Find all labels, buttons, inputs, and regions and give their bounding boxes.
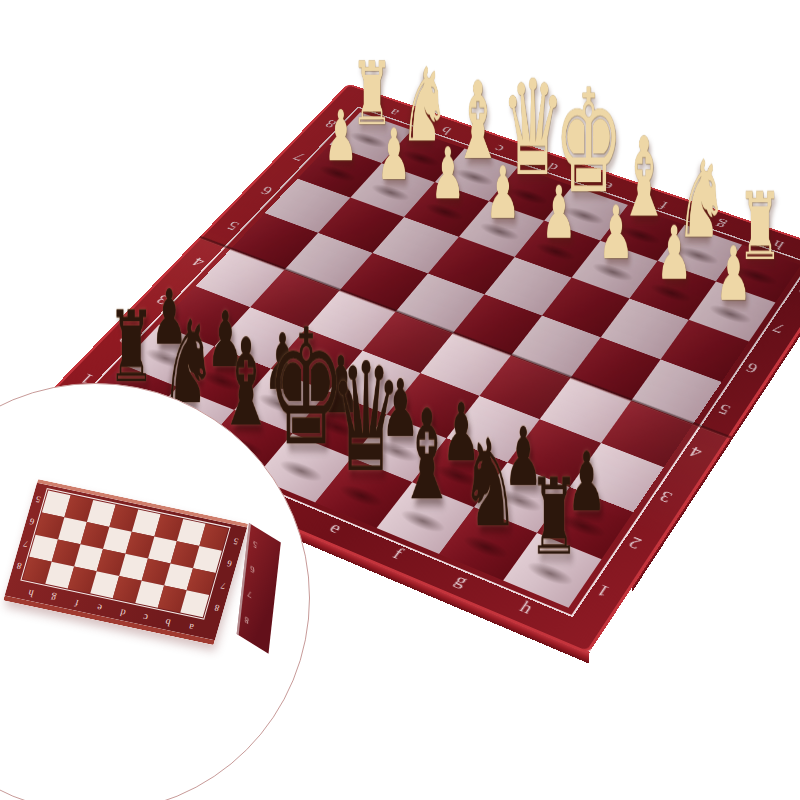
folded-board-label-6: 6 [249,555,256,582]
piece-white-pawn-g7: ♟ [656,216,692,290]
piece-white-pawn-a7: ♟ [324,101,358,171]
folded-board-label-7: 7 [246,580,253,607]
piece-white-pawn-e7: ♟ [541,176,576,249]
folded-board-label-a: a [178,619,204,636]
folded-board-side-face: 5678 [237,523,281,654]
folded-board-label-e: e [86,599,112,616]
piece-black-knight-g1: ♞ [461,424,519,545]
piece-white-pawn-d7: ♟ [485,157,520,229]
folded-board-label-b: b [155,614,181,631]
piece-black-rook-h1: ♜ [529,465,580,570]
folded-square [180,590,209,617]
folded-board-label-5: 5 [252,530,259,557]
folded-board-label-6: 6 [220,552,238,577]
folded-board-label-8: 8 [208,596,226,621]
piece-black-rook-a1: ♜ [108,299,155,397]
folded-board-label-5: 5 [227,530,245,555]
folded-board-label-7: 7 [214,574,232,599]
folded-board-side-labels: 5678 [243,530,258,632]
folded-board-front-face: 5678 5678 hgfedcba [3,479,248,645]
folded-board-label-8: 8 [243,605,250,632]
piece-white-pawn-b7: ♟ [377,119,411,190]
piece-white-pawn-h7: ♟ [715,237,751,312]
piece-white-pawn-f7: ♟ [598,196,633,269]
piece-white-pawn-c7: ♟ [431,138,465,209]
product-photo-root: { "game": "chess", "scene": "wooden fold… [0,0,800,800]
piece-black-queen-e1: ♛ [330,343,402,493]
folded-board-label-g: g [40,590,66,607]
piece-black-bishop-f1: ♝ [397,394,457,518]
